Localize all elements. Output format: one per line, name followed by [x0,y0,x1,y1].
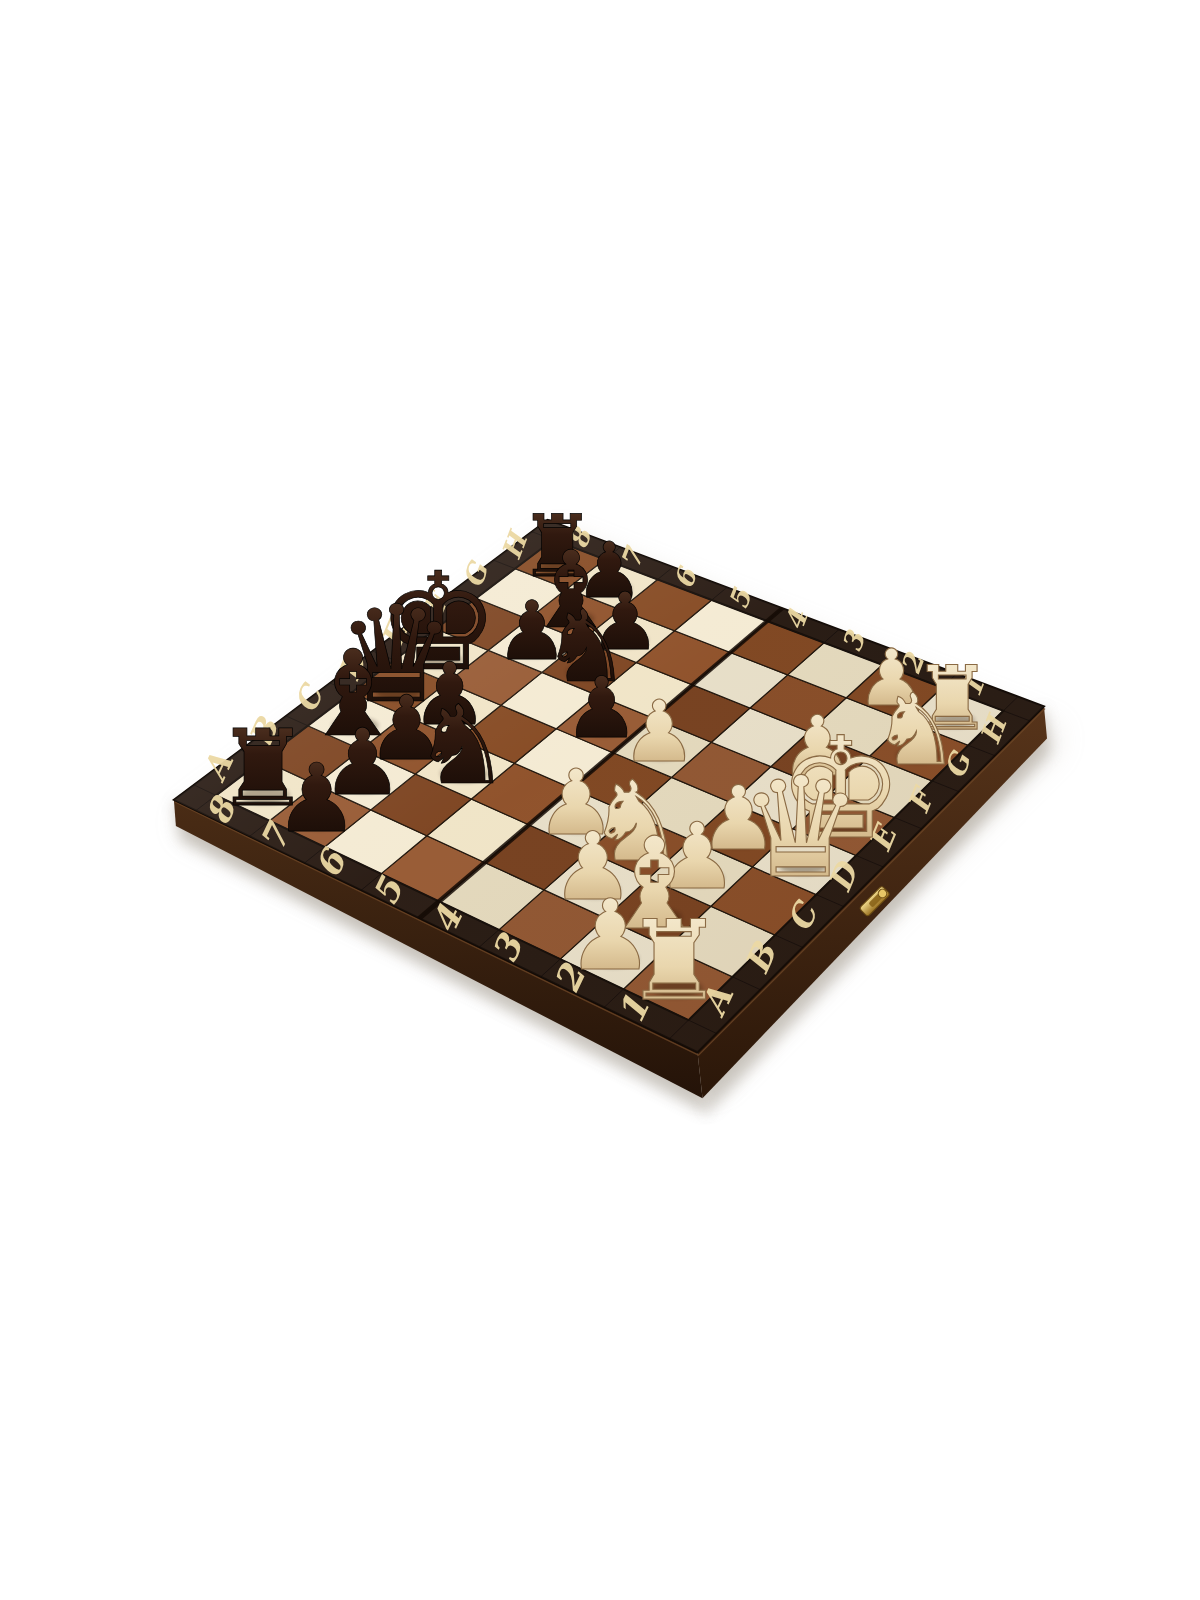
svg-text:♜: ♜ [625,896,724,1025]
svg-text:♟: ♟ [274,743,359,853]
product-photo-stage: AA88BB77CC66DD55EE44FF33GG22HH11♜♟♝♟♟♚♞♛… [0,0,1200,1600]
svg-text:♞: ♞ [413,682,511,809]
chess-board-photo: AA88BB77CC66DD55EE44FF33GG22HH11♜♟♝♟♟♚♞♛… [0,0,1200,1600]
piece-black-pawn-a7: ♟ [274,743,359,853]
piece-white-rook-a1: ♜ [625,896,724,1025]
piece-white-queen-d1: ♛ [739,747,864,909]
piece-black-knight-c6: ♞ [413,682,511,809]
svg-text:♛: ♛ [739,747,864,909]
